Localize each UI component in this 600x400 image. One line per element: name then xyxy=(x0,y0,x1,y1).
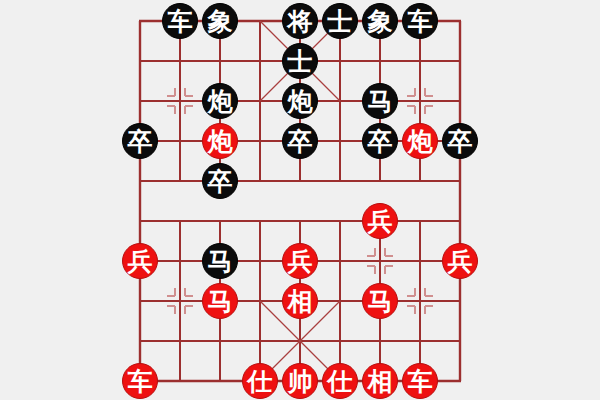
piece-black-advisor[interactable]: 士 xyxy=(282,43,318,79)
piece-red-soldier[interactable]: 兵 xyxy=(122,243,158,279)
piece-black-horse[interactable]: 马 xyxy=(202,243,238,279)
piece-red-soldier[interactable]: 兵 xyxy=(442,243,478,279)
piece-black-chariot[interactable]: 车 xyxy=(402,3,438,39)
piece-black-soldier[interactable]: 卒 xyxy=(202,163,238,199)
piece-black-elephant[interactable]: 象 xyxy=(202,3,238,39)
piece-red-chariot[interactable]: 车 xyxy=(122,363,158,399)
piece-black-advisor[interactable]: 士 xyxy=(322,3,358,39)
piece-red-soldier[interactable]: 兵 xyxy=(362,203,398,239)
piece-black-soldier[interactable]: 卒 xyxy=(122,123,158,159)
piece-red-soldier[interactable]: 兵 xyxy=(282,243,318,279)
piece-red-elephant[interactable]: 相 xyxy=(362,363,398,399)
piece-red-advisor[interactable]: 仕 xyxy=(242,363,278,399)
piece-black-chariot[interactable]: 车 xyxy=(162,3,198,39)
piece-red-chariot[interactable]: 车 xyxy=(402,363,438,399)
piece-black-horse[interactable]: 马 xyxy=(362,83,398,119)
piece-red-elephant[interactable]: 相 xyxy=(282,283,318,319)
piece-red-horse[interactable]: 马 xyxy=(202,283,238,319)
piece-black-soldier[interactable]: 卒 xyxy=(282,123,318,159)
piece-red-horse[interactable]: 马 xyxy=(362,283,398,319)
piece-black-soldier[interactable]: 卒 xyxy=(362,123,398,159)
piece-black-cannon[interactable]: 炮 xyxy=(282,83,318,119)
piece-red-cannon[interactable]: 炮 xyxy=(202,123,238,159)
piece-red-cannon[interactable]: 炮 xyxy=(402,123,438,159)
piece-black-elephant[interactable]: 象 xyxy=(362,3,398,39)
piece-black-soldier[interactable]: 卒 xyxy=(442,123,478,159)
piece-red-advisor[interactable]: 仕 xyxy=(322,363,358,399)
piece-red-general[interactable]: 帅 xyxy=(282,363,318,399)
piece-black-cannon[interactable]: 炮 xyxy=(202,83,238,119)
piece-black-general[interactable]: 将 xyxy=(282,3,318,39)
pieces-layer: 车象将士象车士炮炮马卒炮卒卒炮卒卒兵兵马兵兵马相马车仕帅仕相车 xyxy=(120,1,480,400)
xiangqi-board: 车象将士象车士炮炮马卒炮卒卒炮卒卒兵兵马兵兵马相马车仕帅仕相车 xyxy=(0,0,600,400)
